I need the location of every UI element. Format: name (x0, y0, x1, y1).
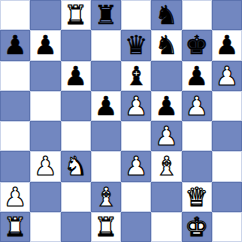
square-f5[interactable]: ♟ (151, 91, 181, 121)
square-e1[interactable] (121, 212, 151, 242)
square-d5[interactable]: ♟ (91, 91, 121, 121)
square-h6[interactable]: ♟ (212, 61, 242, 91)
square-f7[interactable]: ♞ (151, 30, 181, 60)
square-h3[interactable] (212, 151, 242, 181)
piece-black-pawn-icon: ♟ (155, 91, 178, 121)
square-h7[interactable]: ♟ (212, 30, 242, 60)
square-f6[interactable] (151, 61, 181, 91)
square-a8[interactable] (0, 0, 30, 30)
square-g4[interactable] (182, 121, 212, 151)
square-e5[interactable]: ♟ (121, 91, 151, 121)
piece-black-knight-icon: ♞ (155, 0, 178, 30)
square-a1[interactable]: ♜ (0, 212, 30, 242)
square-e3[interactable]: ♟ (121, 151, 151, 181)
square-h1[interactable] (212, 212, 242, 242)
piece-white-king-icon: ♚ (185, 212, 208, 242)
piece-white-bishop-icon: ♝ (94, 182, 117, 212)
piece-black-pawn-icon: ♟ (64, 61, 87, 91)
square-b7[interactable]: ♟ (30, 30, 60, 60)
square-a7[interactable]: ♟ (0, 30, 30, 60)
square-f2[interactable] (151, 182, 181, 212)
square-g8[interactable] (182, 0, 212, 30)
square-c2[interactable] (61, 182, 91, 212)
square-c3[interactable]: ♞ (61, 151, 91, 181)
square-e2[interactable] (121, 182, 151, 212)
square-a5[interactable] (0, 91, 30, 121)
piece-white-rook-icon: ♜ (64, 0, 87, 30)
square-b1[interactable] (30, 212, 60, 242)
square-d6[interactable] (91, 61, 121, 91)
piece-white-pawn-icon: ♟ (34, 151, 57, 181)
square-c8[interactable]: ♜ (61, 0, 91, 30)
square-a3[interactable] (0, 151, 30, 181)
square-g6[interactable]: ♟ (182, 61, 212, 91)
square-d7[interactable] (91, 30, 121, 60)
piece-white-queen-icon: ♛ (185, 182, 208, 212)
piece-white-rook-icon: ♜ (94, 212, 117, 242)
square-d8[interactable]: ♜ (91, 0, 121, 30)
square-g2[interactable]: ♛ (182, 182, 212, 212)
piece-white-pawn-icon: ♟ (185, 91, 208, 121)
piece-white-pawn-icon: ♟ (124, 91, 147, 121)
square-h2[interactable] (212, 182, 242, 212)
square-h8[interactable] (212, 0, 242, 30)
piece-white-pawn-icon: ♟ (155, 121, 178, 151)
piece-black-bishop-icon: ♝ (124, 61, 147, 91)
square-f8[interactable]: ♞ (151, 0, 181, 30)
square-h5[interactable] (212, 91, 242, 121)
square-a6[interactable] (0, 61, 30, 91)
square-f4[interactable]: ♟ (151, 121, 181, 151)
square-c7[interactable] (61, 30, 91, 60)
piece-black-king-icon: ♚ (185, 30, 208, 60)
square-b3[interactable]: ♟ (30, 151, 60, 181)
square-c1[interactable] (61, 212, 91, 242)
square-c4[interactable] (61, 121, 91, 151)
piece-black-rook-icon: ♜ (94, 0, 117, 30)
square-b5[interactable] (30, 91, 60, 121)
square-c6[interactable]: ♟ (61, 61, 91, 91)
square-d3[interactable] (91, 151, 121, 181)
square-f3[interactable]: ♝ (151, 151, 181, 181)
piece-white-bishop-icon: ♝ (155, 151, 178, 181)
square-g1[interactable]: ♚ (182, 212, 212, 242)
square-b8[interactable] (30, 0, 60, 30)
square-h4[interactable] (212, 121, 242, 151)
square-e7[interactable]: ♛ (121, 30, 151, 60)
piece-black-pawn-icon: ♟ (94, 91, 117, 121)
square-a2[interactable]: ♟ (0, 182, 30, 212)
square-e4[interactable] (121, 121, 151, 151)
piece-black-queen-icon: ♛ (124, 30, 147, 60)
piece-black-pawn-icon: ♟ (3, 30, 26, 60)
piece-white-pawn-icon: ♟ (215, 61, 238, 91)
square-g7[interactable]: ♚ (182, 30, 212, 60)
square-d1[interactable]: ♜ (91, 212, 121, 242)
piece-white-pawn-icon: ♟ (124, 151, 147, 181)
square-f1[interactable] (151, 212, 181, 242)
chess-board: ♜♜♞♟♟♛♞♚♟♟♝♟♟♟♟♟♟♟♟♞♟♝♟♝♛♜♜♚ (0, 0, 242, 242)
square-b4[interactable] (30, 121, 60, 151)
piece-black-knight-icon: ♞ (155, 30, 178, 60)
square-b6[interactable] (30, 61, 60, 91)
piece-white-knight-icon: ♞ (64, 151, 87, 181)
square-b2[interactable] (30, 182, 60, 212)
square-g3[interactable] (182, 151, 212, 181)
square-d2[interactable]: ♝ (91, 182, 121, 212)
piece-black-pawn-icon: ♟ (34, 30, 57, 60)
square-a4[interactable] (0, 121, 30, 151)
piece-black-pawn-icon: ♟ (185, 61, 208, 91)
square-g5[interactable]: ♟ (182, 91, 212, 121)
piece-black-pawn-icon: ♟ (215, 30, 238, 60)
square-e8[interactable] (121, 0, 151, 30)
piece-white-rook-icon: ♜ (3, 212, 26, 242)
square-c5[interactable] (61, 91, 91, 121)
square-e6[interactable]: ♝ (121, 61, 151, 91)
piece-white-pawn-icon: ♟ (3, 182, 26, 212)
square-d4[interactable] (91, 121, 121, 151)
